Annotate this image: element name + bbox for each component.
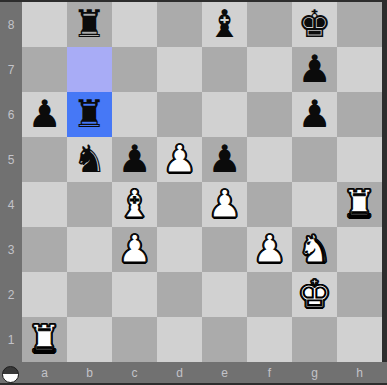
square-g5[interactable] <box>292 137 337 182</box>
file-label-h: h <box>337 362 382 383</box>
square-c3[interactable]: ♟ <box>112 227 157 272</box>
square-g1[interactable] <box>292 317 337 362</box>
square-a8[interactable] <box>22 2 67 47</box>
piece-white-knight[interactable]: ♞ <box>292 227 337 272</box>
piece-black-pawn[interactable]: ♟ <box>292 92 337 137</box>
piece-black-rook[interactable]: ♜ <box>67 2 112 47</box>
square-a6[interactable]: ♟ <box>22 92 67 137</box>
square-d6[interactable] <box>157 92 202 137</box>
rank-label-3: 3 <box>0 227 22 272</box>
file-coordinate-gutter: abcdefgh <box>0 362 387 383</box>
square-b5[interactable]: ♞ <box>67 137 112 182</box>
file-label-b: b <box>67 362 112 383</box>
piece-white-pawn[interactable]: ♟ <box>157 137 202 182</box>
square-h5[interactable] <box>337 137 382 182</box>
rank-label-8: 8 <box>0 2 22 47</box>
square-g8[interactable]: ♚ <box>292 2 337 47</box>
file-label-e: e <box>202 362 247 383</box>
square-f4[interactable] <box>247 182 292 227</box>
square-f5[interactable] <box>247 137 292 182</box>
square-g4[interactable] <box>292 182 337 227</box>
file-label-f: f <box>247 362 292 383</box>
square-f3[interactable]: ♟ <box>247 227 292 272</box>
square-d3[interactable] <box>157 227 202 272</box>
square-a2[interactable] <box>22 272 67 317</box>
rank-label-2: 2 <box>0 272 22 317</box>
square-d2[interactable] <box>157 272 202 317</box>
square-c6[interactable] <box>112 92 157 137</box>
square-c5[interactable]: ♟ <box>112 137 157 182</box>
square-f2[interactable] <box>247 272 292 317</box>
square-g6[interactable]: ♟ <box>292 92 337 137</box>
rank-label-7: 7 <box>0 47 22 92</box>
piece-black-bishop[interactable]: ♝ <box>202 2 247 47</box>
square-b3[interactable] <box>67 227 112 272</box>
square-h6[interactable] <box>337 92 382 137</box>
square-g7[interactable]: ♟ <box>292 47 337 92</box>
square-e5[interactable]: ♟ <box>202 137 247 182</box>
chess-board[interactable]: ♜♝♚♟♟♜♟♞♟♟♟♝♟♜♟♟♞♚♜ <box>22 2 382 362</box>
square-e2[interactable] <box>202 272 247 317</box>
square-g3[interactable]: ♞ <box>292 227 337 272</box>
square-b7[interactable] <box>67 47 112 92</box>
square-b2[interactable] <box>67 272 112 317</box>
square-e7[interactable] <box>202 47 247 92</box>
square-c7[interactable] <box>112 47 157 92</box>
square-d5[interactable]: ♟ <box>157 137 202 182</box>
square-h7[interactable] <box>337 47 382 92</box>
piece-white-rook[interactable]: ♜ <box>337 182 382 227</box>
piece-black-knight[interactable]: ♞ <box>67 137 112 182</box>
square-e8[interactable]: ♝ <box>202 2 247 47</box>
square-d4[interactable] <box>157 182 202 227</box>
square-a7[interactable] <box>22 47 67 92</box>
square-e4[interactable]: ♟ <box>202 182 247 227</box>
rank-label-1: 1 <box>0 317 22 362</box>
square-a3[interactable] <box>22 227 67 272</box>
square-h3[interactable] <box>337 227 382 272</box>
square-f8[interactable] <box>247 2 292 47</box>
rank-coordinate-gutter: 87654321 <box>0 2 22 362</box>
piece-white-rook[interactable]: ♜ <box>22 317 67 362</box>
piece-black-pawn[interactable]: ♟ <box>22 92 67 137</box>
square-f7[interactable] <box>247 47 292 92</box>
square-c1[interactable] <box>112 317 157 362</box>
square-e6[interactable] <box>202 92 247 137</box>
piece-black-pawn[interactable]: ♟ <box>202 137 247 182</box>
square-d1[interactable] <box>157 317 202 362</box>
rank-label-6: 6 <box>0 92 22 137</box>
square-h4[interactable]: ♜ <box>337 182 382 227</box>
square-d8[interactable] <box>157 2 202 47</box>
piece-white-pawn[interactable]: ♟ <box>202 182 247 227</box>
rank-label-5: 5 <box>0 137 22 182</box>
piece-black-pawn[interactable]: ♟ <box>112 137 157 182</box>
square-h1[interactable] <box>337 317 382 362</box>
chess-app-window: 87654321 ♜♝♚♟♟♜♟♞♟♟♟♝♟♜♟♟♞♚♜ abcdefgh <box>0 0 387 385</box>
square-e1[interactable] <box>202 317 247 362</box>
square-f1[interactable] <box>247 317 292 362</box>
square-c2[interactable] <box>112 272 157 317</box>
square-c4[interactable]: ♝ <box>112 182 157 227</box>
side-to-move-indicator <box>2 366 19 383</box>
square-b1[interactable] <box>67 317 112 362</box>
piece-white-bishop[interactable]: ♝ <box>112 182 157 227</box>
piece-white-pawn[interactable]: ♟ <box>112 227 157 272</box>
file-label-d: d <box>157 362 202 383</box>
square-f6[interactable] <box>247 92 292 137</box>
square-g2[interactable]: ♚ <box>292 272 337 317</box>
square-b6[interactable]: ♜ <box>67 92 112 137</box>
file-label-a: a <box>22 362 67 383</box>
square-b4[interactable] <box>67 182 112 227</box>
piece-black-king[interactable]: ♚ <box>292 2 337 47</box>
square-c8[interactable] <box>112 2 157 47</box>
piece-white-pawn[interactable]: ♟ <box>247 227 292 272</box>
piece-white-king[interactable]: ♚ <box>292 272 337 317</box>
file-label-c: c <box>112 362 157 383</box>
piece-black-rook[interactable]: ♜ <box>67 92 112 137</box>
square-e3[interactable] <box>202 227 247 272</box>
square-a4[interactable] <box>22 182 67 227</box>
square-h8[interactable] <box>337 2 382 47</box>
rank-label-4: 4 <box>0 182 22 227</box>
square-a5[interactable] <box>22 137 67 182</box>
square-b8[interactable]: ♜ <box>67 2 112 47</box>
square-d7[interactable] <box>157 47 202 92</box>
piece-black-pawn[interactable]: ♟ <box>292 47 337 92</box>
file-label-g: g <box>292 362 337 383</box>
square-a1[interactable]: ♜ <box>22 317 67 362</box>
square-h2[interactable] <box>337 272 382 317</box>
